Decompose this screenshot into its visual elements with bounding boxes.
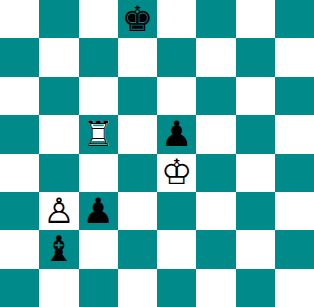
square-c2[interactable] xyxy=(79,230,118,268)
square-b2[interactable]: ♝ xyxy=(39,230,78,268)
square-h7[interactable] xyxy=(275,38,314,76)
square-h6[interactable] xyxy=(275,77,314,115)
square-g7[interactable] xyxy=(236,38,275,76)
square-b3[interactable]: ♟♙ xyxy=(39,192,78,230)
square-f3[interactable] xyxy=(196,192,235,230)
square-f1[interactable] xyxy=(196,269,235,307)
piece-white-pawn[interactable]: ♟♙ xyxy=(43,194,74,229)
square-h5[interactable] xyxy=(275,115,314,153)
square-e5[interactable]: ♟ xyxy=(157,115,196,153)
square-b1[interactable] xyxy=(39,269,78,307)
square-g8[interactable] xyxy=(236,0,275,38)
square-d6[interactable] xyxy=(118,77,157,115)
square-b7[interactable] xyxy=(39,38,78,76)
square-g5[interactable] xyxy=(236,115,275,153)
square-c8[interactable] xyxy=(79,0,118,38)
black-pawn-glyph: ♟ xyxy=(82,194,113,229)
square-c1[interactable] xyxy=(79,269,118,307)
square-a6[interactable] xyxy=(0,77,39,115)
piece-black-pawn[interactable]: ♟ xyxy=(82,194,113,229)
piece-black-king[interactable]: ♚ xyxy=(122,2,153,37)
square-c6[interactable] xyxy=(79,77,118,115)
white-king-outline-glyph: ♔ xyxy=(161,155,192,190)
square-h8[interactable] xyxy=(275,0,314,38)
square-f4[interactable] xyxy=(196,154,235,192)
square-b5[interactable] xyxy=(39,115,78,153)
square-h4[interactable] xyxy=(275,154,314,192)
black-pawn-glyph: ♟ xyxy=(161,117,192,152)
square-b6[interactable] xyxy=(39,77,78,115)
black-bishop-glyph: ♝ xyxy=(43,232,74,267)
square-h3[interactable] xyxy=(275,192,314,230)
square-b4[interactable] xyxy=(39,154,78,192)
square-a4[interactable] xyxy=(0,154,39,192)
square-c4[interactable] xyxy=(79,154,118,192)
square-d5[interactable] xyxy=(118,115,157,153)
square-e8[interactable] xyxy=(157,0,196,38)
square-g1[interactable] xyxy=(236,269,275,307)
square-a5[interactable] xyxy=(0,115,39,153)
square-c3[interactable]: ♟ xyxy=(79,192,118,230)
piece-white-rook[interactable]: ♜♖ xyxy=(82,117,113,152)
square-g4[interactable] xyxy=(236,154,275,192)
square-f7[interactable] xyxy=(196,38,235,76)
chess-board: ♚♜♖♟♚♔♟♙♟♝ xyxy=(0,0,314,307)
square-c5[interactable]: ♜♖ xyxy=(79,115,118,153)
square-a8[interactable] xyxy=(0,0,39,38)
square-g6[interactable] xyxy=(236,77,275,115)
square-e4[interactable]: ♚♔ xyxy=(157,154,196,192)
square-d2[interactable] xyxy=(118,230,157,268)
square-d7[interactable] xyxy=(118,38,157,76)
square-e7[interactable] xyxy=(157,38,196,76)
square-f2[interactable] xyxy=(196,230,235,268)
square-h2[interactable] xyxy=(275,230,314,268)
square-f6[interactable] xyxy=(196,77,235,115)
black-king-glyph: ♚ xyxy=(122,2,153,37)
square-e6[interactable] xyxy=(157,77,196,115)
square-c7[interactable] xyxy=(79,38,118,76)
piece-black-pawn[interactable]: ♟ xyxy=(161,117,192,152)
square-e3[interactable] xyxy=(157,192,196,230)
piece-black-bishop[interactable]: ♝ xyxy=(43,232,74,267)
white-rook-outline-glyph: ♖ xyxy=(82,117,113,152)
square-e2[interactable] xyxy=(157,230,196,268)
white-pawn-outline-glyph: ♙ xyxy=(43,194,74,229)
square-g2[interactable] xyxy=(236,230,275,268)
square-b8[interactable] xyxy=(39,0,78,38)
square-e1[interactable] xyxy=(157,269,196,307)
square-a1[interactable] xyxy=(0,269,39,307)
square-d8[interactable]: ♚ xyxy=(118,0,157,38)
square-h1[interactable] xyxy=(275,269,314,307)
square-f8[interactable] xyxy=(196,0,235,38)
square-a2[interactable] xyxy=(0,230,39,268)
piece-white-king[interactable]: ♚♔ xyxy=(161,155,192,190)
square-f5[interactable] xyxy=(196,115,235,153)
square-a3[interactable] xyxy=(0,192,39,230)
square-d4[interactable] xyxy=(118,154,157,192)
square-a7[interactable] xyxy=(0,38,39,76)
square-d3[interactable] xyxy=(118,192,157,230)
square-d1[interactable] xyxy=(118,269,157,307)
square-g3[interactable] xyxy=(236,192,275,230)
